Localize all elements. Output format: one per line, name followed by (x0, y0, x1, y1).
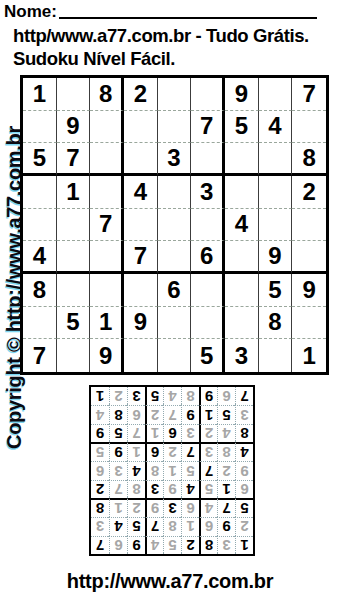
solution-cell-r2c8: 4 (109, 517, 127, 535)
cell-r3c8[interactable] (259, 143, 293, 176)
solution-cell-r5c4: 5 (181, 461, 199, 479)
cell-r1c8[interactable] (259, 78, 293, 111)
solution-cell-r5c2: 2 (217, 461, 235, 479)
solution-cell-r2c5: 8 (163, 517, 181, 535)
cell-r3c4[interactable] (124, 143, 158, 176)
solution-cell-r3c2: 7 (217, 498, 235, 517)
cell-r2c4[interactable] (124, 111, 158, 144)
cell-r3c9: 8 (292, 143, 326, 176)
cell-r7c9: 9 (292, 274, 326, 307)
cell-r1c1: 1 (23, 78, 57, 111)
solution-cell-r9c2: 6 (217, 387, 235, 405)
solution-cell-r6c6: 6 (145, 442, 163, 461)
solution-cell-r5c7: 4 (127, 461, 145, 479)
cell-r9c7: 3 (225, 339, 259, 372)
solution-cell-r8c4: 9 (181, 405, 199, 423)
cell-r7c5: 6 (158, 274, 192, 307)
solution-cell-r2c9: 3 (91, 517, 109, 535)
solution-cell-r6c5: 2 (163, 442, 181, 461)
solution-cell-r6c8: 9 (109, 442, 127, 461)
cell-r3c2: 7 (57, 143, 91, 176)
solution-cell-r7c2: 4 (217, 424, 235, 442)
solution-cell-r2c1: 2 (235, 517, 253, 535)
solution-cell-r9c3: 9 (199, 387, 217, 405)
cell-r1c4: 2 (124, 78, 158, 111)
cell-r7c1: 8 (23, 274, 57, 307)
cell-r2c5[interactable] (158, 111, 192, 144)
solution-cell-r5c3: 7 (199, 461, 217, 479)
cell-r5c2[interactable] (57, 209, 91, 242)
solution-cell-r7c9: 9 (91, 424, 109, 442)
cell-r3c1: 5 (23, 143, 57, 176)
solution-cell-r7c1: 8 (235, 424, 253, 442)
solution-cell-r4c9: 2 (91, 480, 109, 498)
solution-cell-r9c4: 8 (181, 387, 199, 405)
cell-r6c6: 6 (191, 241, 225, 274)
cell-r9c1: 7 (23, 339, 57, 372)
cell-r7c2[interactable] (57, 274, 91, 307)
cell-r8c6[interactable] (191, 307, 225, 340)
sudoku-print-page: Nome: http/www.a77.com.br - Tudo Grátis.… (0, 0, 340, 596)
cell-r6c3[interactable] (90, 241, 124, 274)
cell-r7c6[interactable] (191, 274, 225, 307)
solution-cell-r1c9: 7 (91, 536, 109, 554)
cell-r4c2: 1 (57, 176, 91, 209)
cell-r9c4[interactable] (124, 339, 158, 372)
cell-r4c3[interactable] (90, 176, 124, 209)
solution-cell-r1c3: 8 (199, 536, 217, 554)
cell-r3c7[interactable] (225, 143, 259, 176)
solution-cell-r9c6: 5 (145, 387, 163, 405)
solution-cell-r5c6: 8 (145, 461, 163, 479)
cell-r4c9: 2 (292, 176, 326, 209)
cell-r3c5: 3 (158, 143, 192, 176)
solution-cell-r3c1: 5 (235, 498, 253, 517)
solution-cell-r5c9: 6 (91, 461, 109, 479)
solution-cell-r9c1: 7 (235, 387, 253, 405)
solution-cell-r2c2: 9 (217, 517, 235, 535)
cell-r7c4[interactable] (124, 274, 158, 307)
cell-r8c4: 9 (124, 307, 158, 340)
solution-cell-r3c9: 8 (91, 498, 109, 517)
cell-r1c9: 7 (292, 78, 326, 111)
cell-r3c3[interactable] (90, 143, 124, 176)
cell-r5c8[interactable] (259, 209, 293, 242)
cell-r1c6[interactable] (191, 78, 225, 111)
solution-cell-r9c8: 2 (109, 387, 127, 405)
cell-r5c3: 7 (90, 209, 124, 242)
solution-cell-r1c4: 2 (181, 536, 199, 554)
solution-cell-r1c7: 9 (127, 536, 145, 554)
cell-r4c5[interactable] (158, 176, 192, 209)
solution-cell-r1c6: 4 (145, 536, 163, 554)
solution-cell-r9c5: 4 (163, 387, 181, 405)
footer-url: http://www.a77.com.br (0, 570, 340, 593)
cell-r4c1[interactable] (23, 176, 57, 209)
solution-cell-r7c7: 7 (127, 424, 145, 442)
solution-cell-r4c2: 1 (217, 480, 235, 498)
cell-r6c8: 9 (259, 241, 293, 274)
cell-r9c5[interactable] (158, 339, 192, 372)
cell-r8c7[interactable] (225, 307, 259, 340)
cell-r8c1[interactable] (23, 307, 57, 340)
solution-cell-r2c7: 5 (127, 517, 145, 535)
cell-r2c9[interactable] (292, 111, 326, 144)
solution-cell-r4c3: 5 (199, 480, 217, 498)
solution-cell-r6c2: 8 (217, 442, 235, 461)
cell-r7c3[interactable] (90, 274, 124, 307)
cell-r5c9[interactable] (292, 209, 326, 242)
cell-r5c1[interactable] (23, 209, 57, 242)
cell-r1c5[interactable] (158, 78, 192, 111)
solution-grid: 1382549672961875435746392186154938729275… (89, 385, 255, 556)
solution-cell-r7c5: 6 (163, 424, 181, 442)
name-blank-line[interactable] (59, 3, 317, 19)
cell-r6c1: 4 (23, 241, 57, 274)
solution-cell-r7c6: 1 (145, 424, 163, 442)
cell-r8c8: 8 (259, 307, 293, 340)
cell-r2c8: 4 (259, 111, 293, 144)
solution-cell-r5c8: 3 (109, 461, 127, 479)
solution-cell-r8c3: 1 (199, 405, 217, 423)
cell-r7c8: 5 (259, 274, 293, 307)
site-header: http/www.a77.com.br - Tudo Grátis. (13, 25, 309, 47)
solution-cell-r2c6: 7 (145, 517, 163, 535)
cell-r2c6: 7 (191, 111, 225, 144)
cell-r6c2[interactable] (57, 241, 91, 274)
cell-r6c9[interactable] (292, 241, 326, 274)
cell-r9c6: 5 (191, 339, 225, 372)
solution-cell-r3c4: 6 (181, 498, 199, 517)
cell-r9c8[interactable] (259, 339, 293, 372)
solution-cell-r4c8: 7 (109, 480, 127, 498)
cell-r6c5[interactable] (158, 241, 192, 274)
solution-cell-r6c4: 7 (181, 442, 199, 461)
solution-cell-r2c4: 1 (181, 517, 199, 535)
solution-cell-r1c8: 6 (109, 536, 127, 554)
name-row: Nome: (4, 2, 317, 21)
solution-cell-r6c3: 3 (199, 442, 217, 461)
cell-r5c4[interactable] (124, 209, 158, 242)
cell-r8c9[interactable] (292, 307, 326, 340)
cell-r1c3: 8 (90, 78, 124, 111)
solution-cell-r8c7: 6 (127, 405, 145, 423)
solution-cell-r6c1: 4 (235, 442, 253, 461)
solution-cell-r3c6: 9 (145, 498, 163, 517)
cell-r9c2[interactable] (57, 339, 91, 372)
solution-cell-r7c4: 3 (181, 424, 199, 442)
cell-r7c7[interactable] (225, 274, 259, 307)
solution-cell-r8c9: 4 (91, 405, 109, 423)
solution-cell-r2c3: 6 (199, 517, 217, 535)
cell-r4c7[interactable] (225, 176, 259, 209)
solution-cell-r8c6: 2 (145, 405, 163, 423)
cell-r8c5[interactable] (158, 307, 192, 340)
cell-r2c3[interactable] (90, 111, 124, 144)
name-label: Nome: (4, 2, 57, 21)
solution-cell-r5c5: 1 (163, 461, 181, 479)
cell-r4c4: 4 (124, 176, 158, 209)
cell-r5c7: 4 (225, 209, 259, 242)
solution-cell-r8c2: 5 (217, 405, 235, 423)
cell-r2c2: 9 (57, 111, 91, 144)
cell-r4c6: 3 (191, 176, 225, 209)
solution-cell-r3c7: 2 (127, 498, 145, 517)
solution-cell-r7c8: 5 (109, 424, 127, 442)
solution-cell-r3c5: 3 (163, 498, 181, 517)
cell-r6c7[interactable] (225, 241, 259, 274)
solution-cell-r8c5: 7 (163, 405, 181, 423)
cell-r8c3: 1 (90, 307, 124, 340)
solution-cell-r4c6: 3 (145, 480, 163, 498)
cell-r9c9: 1 (292, 339, 326, 372)
cell-r6c4: 7 (124, 241, 158, 274)
solution-cell-r4c7: 8 (127, 480, 145, 498)
cell-r2c7: 5 (225, 111, 259, 144)
solution-cell-r7c3: 2 (199, 424, 217, 442)
solution-cell-r6c7: 1 (127, 442, 145, 461)
puzzle-grid: 182979754573814327447698659519879531 (20, 75, 329, 375)
cell-r5c5[interactable] (158, 209, 192, 242)
solution-cell-r1c2: 3 (217, 536, 235, 554)
solution-cell-r6c9: 5 (91, 442, 109, 461)
cell-r3c6[interactable] (191, 143, 225, 176)
cell-r1c2[interactable] (57, 78, 91, 111)
solution-cell-r1c1: 1 (235, 536, 253, 554)
cell-r2c1[interactable] (23, 111, 57, 144)
puzzle-title: Sudoku Nível Fácil. (13, 48, 175, 70)
solution-cell-r3c8: 1 (109, 498, 127, 517)
solution-cell-r4c5: 9 (163, 480, 181, 498)
solution-cell-r3c3: 4 (199, 498, 217, 517)
cell-r8c2: 5 (57, 307, 91, 340)
solution-cell-r4c4: 4 (181, 480, 199, 498)
solution-cell-r9c7: 3 (127, 387, 145, 405)
cell-r1c7: 9 (225, 78, 259, 111)
solution-cell-r8c1: 3 (235, 405, 253, 423)
solution-cell-r5c1: 9 (235, 461, 253, 479)
cell-r9c3: 9 (90, 339, 124, 372)
cell-r4c8[interactable] (259, 176, 293, 209)
solution-cell-r1c5: 5 (163, 536, 181, 554)
solution-cell-r4c1: 6 (235, 480, 253, 498)
solution-cell-r9c9: 1 (91, 387, 109, 405)
solution-cell-r8c8: 8 (109, 405, 127, 423)
cell-r5c6[interactable] (191, 209, 225, 242)
